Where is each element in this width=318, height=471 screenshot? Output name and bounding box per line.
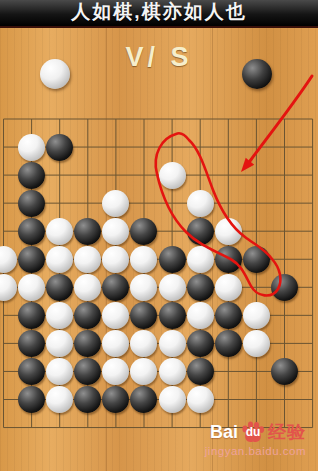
board-intersection[interactable] (242, 245, 270, 273)
board-intersection[interactable] (130, 357, 158, 385)
board-intersection[interactable] (102, 385, 130, 413)
stone-black[interactable] (187, 274, 214, 301)
board-intersection[interactable] (102, 357, 130, 385)
board-intersection[interactable] (74, 385, 102, 413)
board-intersection[interactable] (214, 217, 242, 245)
stone-black[interactable] (18, 218, 45, 245)
stone-white[interactable] (102, 302, 129, 329)
stone-black[interactable] (74, 218, 101, 245)
board-intersection[interactable] (158, 301, 186, 329)
stone-black[interactable] (74, 302, 101, 329)
board-intersection[interactable] (18, 189, 46, 217)
board-intersection[interactable] (74, 329, 102, 357)
stone-white[interactable] (18, 274, 45, 301)
board-intersection[interactable] (102, 245, 130, 273)
stone-black[interactable] (187, 330, 214, 357)
board-intersection[interactable] (130, 301, 158, 329)
board-intersection[interactable] (158, 385, 186, 413)
stone-black[interactable] (159, 302, 186, 329)
board-intersection[interactable] (186, 357, 214, 385)
title-bar: 人如棋,棋亦如人也 (0, 0, 318, 28)
stone-black[interactable] (18, 330, 45, 357)
stone-black[interactable] (18, 246, 45, 273)
stone-black[interactable] (271, 358, 298, 385)
board-intersection[interactable] (186, 329, 214, 357)
board-intersection[interactable] (18, 273, 46, 301)
stone-white[interactable] (102, 330, 129, 357)
stone-white[interactable] (187, 246, 214, 273)
board-intersection[interactable] (74, 357, 102, 385)
stone-white[interactable] (159, 330, 186, 357)
stone-white[interactable] (130, 330, 157, 357)
stone-white[interactable] (187, 386, 214, 413)
stone-white[interactable] (102, 190, 129, 217)
board-intersection[interactable] (130, 217, 158, 245)
stone-black[interactable] (102, 274, 129, 301)
board-intersection[interactable] (214, 301, 242, 329)
baidu-jingyan-watermark: Bai du 经验 jingyan.baidu.com (205, 421, 306, 457)
board-intersection[interactable] (130, 245, 158, 273)
stone-white[interactable] (215, 218, 242, 245)
board-intersection[interactable] (18, 133, 46, 161)
stone-white[interactable] (243, 330, 270, 357)
board-intersection[interactable] (18, 357, 46, 385)
stone-white[interactable] (46, 302, 73, 329)
stone-black[interactable] (18, 358, 45, 385)
stone-black[interactable] (243, 246, 270, 273)
stone-white[interactable] (130, 246, 157, 273)
board-intersection[interactable] (158, 273, 186, 301)
stone-white[interactable] (46, 358, 73, 385)
board-intersection[interactable] (186, 245, 214, 273)
board-intersection[interactable] (214, 329, 242, 357)
stone-white[interactable] (187, 190, 214, 217)
stone-black[interactable] (215, 330, 242, 357)
board-intersection[interactable] (46, 301, 74, 329)
board-intersection[interactable] (46, 273, 74, 301)
stone-white[interactable] (215, 274, 242, 301)
board-intersection[interactable] (46, 385, 74, 413)
board-intersection[interactable] (158, 329, 186, 357)
stone-white[interactable] (74, 274, 101, 301)
stone-white[interactable] (102, 218, 129, 245)
app-screen: 人如棋,棋亦如人也 V/ S Bai du 经验 (0, 0, 318, 471)
stone-black[interactable] (74, 386, 101, 413)
baidu-paw-icon: du (240, 420, 266, 444)
board-intersection[interactable] (0, 245, 18, 273)
board-intersection[interactable] (46, 245, 74, 273)
board-intersection[interactable] (186, 189, 214, 217)
watermark-logo: Bai du 经验 (205, 421, 306, 443)
stone-white[interactable] (46, 330, 73, 357)
watermark-du-text: du (246, 425, 261, 439)
board-intersection[interactable] (102, 329, 130, 357)
board-intersection[interactable] (270, 273, 298, 301)
board-intersection[interactable] (158, 357, 186, 385)
board-intersection[interactable] (130, 329, 158, 357)
stone-white[interactable] (0, 246, 17, 273)
board-intersection[interactable] (102, 273, 130, 301)
board-intersection[interactable] (158, 161, 186, 189)
stone-black[interactable] (215, 302, 242, 329)
board-intersection[interactable] (270, 357, 298, 385)
board-intersection[interactable] (0, 273, 18, 301)
stone-white[interactable] (102, 246, 129, 273)
board-intersection[interactable] (130, 273, 158, 301)
board-intersection[interactable] (214, 273, 242, 301)
stone-black[interactable] (18, 302, 45, 329)
board-intersection[interactable] (46, 217, 74, 245)
stone-black[interactable] (271, 274, 298, 301)
board-intersection[interactable] (46, 329, 74, 357)
stone-black[interactable] (18, 190, 45, 217)
stone-white[interactable] (130, 274, 157, 301)
board-intersection[interactable] (130, 385, 158, 413)
stone-black[interactable] (159, 246, 186, 273)
board-intersection[interactable] (18, 217, 46, 245)
stone-black[interactable] (215, 246, 242, 273)
board-intersection[interactable] (102, 217, 130, 245)
stone-white[interactable] (130, 358, 157, 385)
board-intersection[interactable] (46, 133, 74, 161)
stone-black[interactable] (18, 386, 45, 413)
board-intersection[interactable] (18, 161, 46, 189)
stone-white[interactable] (159, 274, 186, 301)
stone-black[interactable] (130, 302, 157, 329)
watermark-jingyan-text: 经验 (268, 420, 306, 444)
stone-white[interactable] (243, 302, 270, 329)
stone-white[interactable] (102, 358, 129, 385)
board-intersection[interactable] (186, 273, 214, 301)
vs-header: V/ S (0, 28, 318, 100)
stone-white[interactable] (187, 302, 214, 329)
page-title: 人如棋,棋亦如人也 (71, 0, 246, 25)
board-intersection[interactable] (158, 245, 186, 273)
stone-black[interactable] (74, 358, 101, 385)
board-intersection[interactable] (74, 301, 102, 329)
board-intersection[interactable] (102, 301, 130, 329)
board-intersection[interactable] (18, 245, 46, 273)
board-intersection[interactable] (74, 273, 102, 301)
stone-black[interactable] (46, 274, 73, 301)
stone-white[interactable] (159, 386, 186, 413)
stone-black[interactable] (187, 218, 214, 245)
board-intersection[interactable] (46, 357, 74, 385)
board-intersection[interactable] (186, 217, 214, 245)
board-intersection[interactable] (18, 329, 46, 357)
stone-white[interactable] (0, 274, 17, 301)
stone-white[interactable] (159, 358, 186, 385)
game-board[interactable] (0, 105, 318, 442)
board-intersection[interactable] (102, 189, 130, 217)
watermark-bai-text: Bai (210, 422, 238, 443)
stone-black[interactable] (130, 386, 157, 413)
stone-white[interactable] (46, 218, 73, 245)
board-intersection[interactable] (242, 329, 270, 357)
board-intersection[interactable] (186, 301, 214, 329)
black-player-stone-icon (242, 59, 272, 89)
stone-white[interactable] (46, 386, 73, 413)
stone-black[interactable] (130, 218, 157, 245)
board-intersection[interactable] (18, 385, 46, 413)
board-intersection[interactable] (74, 217, 102, 245)
stone-black[interactable] (102, 386, 129, 413)
watermark-url: jingyan.baidu.com (205, 445, 306, 457)
stone-black[interactable] (46, 134, 73, 161)
board-intersection[interactable] (242, 301, 270, 329)
stone-black[interactable] (74, 330, 101, 357)
stone-white[interactable] (159, 162, 186, 189)
stone-white[interactable] (46, 246, 73, 273)
stone-black[interactable] (18, 162, 45, 189)
board-intersection[interactable] (18, 301, 46, 329)
stone-white[interactable] (74, 246, 101, 273)
stone-white[interactable] (18, 134, 45, 161)
board-intersection[interactable] (186, 385, 214, 413)
board-intersection[interactable] (214, 245, 242, 273)
stone-black[interactable] (187, 358, 214, 385)
board-intersection[interactable] (74, 245, 102, 273)
